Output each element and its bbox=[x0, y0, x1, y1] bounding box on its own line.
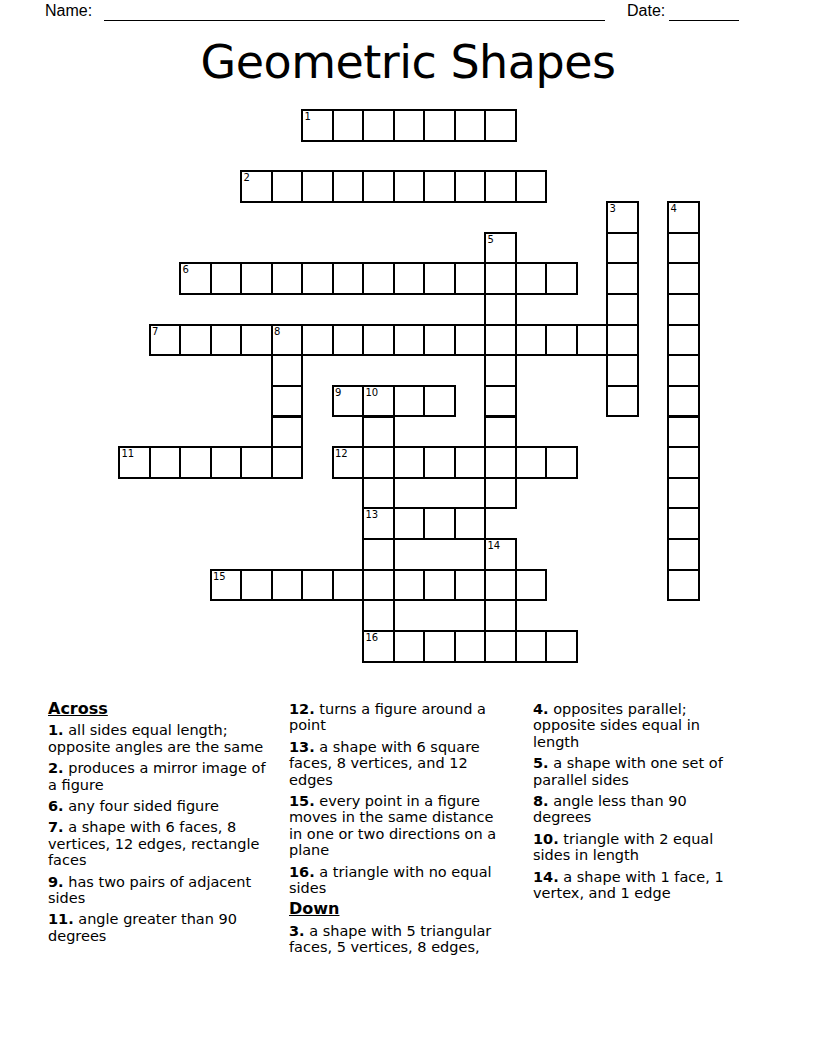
grid-cell[interactable] bbox=[240, 569, 273, 602]
grid-cell[interactable] bbox=[393, 507, 426, 540]
grid-cell[interactable]: 5 bbox=[484, 232, 517, 265]
grid-cell[interactable] bbox=[301, 170, 334, 203]
cell-clue-number: 9 bbox=[335, 387, 341, 398]
grid-cell[interactable] bbox=[484, 109, 517, 142]
grid-cell[interactable] bbox=[423, 170, 456, 203]
grid-cell[interactable] bbox=[271, 446, 304, 479]
grid-cell[interactable]: 15 bbox=[210, 569, 243, 602]
grid-cell[interactable] bbox=[484, 599, 517, 632]
cell-clue-number: 8 bbox=[274, 326, 280, 337]
grid-cell[interactable] bbox=[271, 170, 304, 203]
grid-cell[interactable] bbox=[484, 293, 517, 326]
grid-cell[interactable] bbox=[515, 324, 548, 357]
clue-number: 2. bbox=[48, 760, 64, 776]
grid-cell[interactable] bbox=[332, 109, 365, 142]
grid-cell[interactable] bbox=[271, 569, 304, 602]
grid-cell[interactable] bbox=[393, 630, 426, 663]
cell-clue-number: 16 bbox=[366, 632, 379, 643]
grid-cell[interactable] bbox=[606, 293, 639, 326]
grid-cell[interactable]: 9 bbox=[332, 385, 365, 418]
name-label: Name: bbox=[45, 2, 92, 20]
grid-cell[interactable] bbox=[484, 630, 517, 663]
across-clue-9: 9. has two pairs of adjacent sides bbox=[48, 874, 270, 907]
grid-cell[interactable] bbox=[332, 324, 365, 357]
cell-clue-number: 12 bbox=[335, 448, 348, 459]
grid-cell[interactable] bbox=[362, 324, 395, 357]
cell-clue-number: 14 bbox=[488, 540, 501, 551]
grid-cell[interactable] bbox=[515, 170, 548, 203]
grid-cell[interactable] bbox=[393, 170, 426, 203]
grid-cell[interactable] bbox=[454, 170, 487, 203]
date-blank-line[interactable] bbox=[669, 20, 739, 21]
cell-clue-number: 3 bbox=[610, 203, 616, 214]
clue-number: 12. bbox=[289, 701, 315, 717]
grid-cell[interactable] bbox=[423, 385, 456, 418]
grid-cell[interactable] bbox=[515, 630, 548, 663]
grid-cell[interactable] bbox=[606, 324, 639, 357]
grid-cell[interactable] bbox=[271, 262, 304, 295]
grid-cell[interactable]: 1 bbox=[301, 109, 334, 142]
grid-cell[interactable] bbox=[240, 446, 273, 479]
grid-cell[interactable]: 10 bbox=[362, 385, 395, 418]
grid-cell[interactable] bbox=[606, 262, 639, 295]
down-clue-5: 5. a shape with one set of parallel side… bbox=[533, 755, 745, 788]
name-blank-line[interactable] bbox=[104, 20, 605, 21]
grid-cell[interactable] bbox=[667, 262, 700, 295]
grid-cell[interactable] bbox=[210, 262, 243, 295]
grid-cell[interactable]: 11 bbox=[118, 446, 151, 479]
grid-cell[interactable]: 12 bbox=[332, 446, 365, 479]
grid-cell[interactable] bbox=[484, 354, 517, 387]
grid-cell[interactable] bbox=[667, 416, 700, 449]
grid-cell[interactable] bbox=[362, 416, 395, 449]
page-title: Geometric Shapes bbox=[0, 35, 816, 89]
grid-cell[interactable] bbox=[667, 232, 700, 265]
grid-cell[interactable] bbox=[362, 109, 395, 142]
down-header: Down bbox=[289, 901, 507, 917]
grid-cell[interactable] bbox=[484, 477, 517, 510]
across-clue-7: 7. a shape with 6 faces, 8 vertices, 12 … bbox=[48, 819, 270, 868]
grid-cell[interactable] bbox=[423, 324, 456, 357]
grid-cell[interactable] bbox=[271, 354, 304, 387]
across-clue-2: 2. produces a mirror image of a figure bbox=[48, 760, 270, 793]
clue-number: 11. bbox=[48, 911, 74, 927]
grid-cell[interactable] bbox=[667, 538, 700, 571]
clue-number: 6. bbox=[48, 798, 64, 814]
date-label: Date: bbox=[627, 2, 665, 20]
grid-cell[interactable] bbox=[484, 446, 517, 479]
grid-cell[interactable] bbox=[393, 262, 426, 295]
clue-column-3: 4. opposites parallel; opposite sides eq… bbox=[533, 701, 745, 906]
grid-cell[interactable] bbox=[606, 354, 639, 387]
grid-cell[interactable] bbox=[271, 385, 304, 418]
grid-cell[interactable] bbox=[454, 630, 487, 663]
grid-cell[interactable] bbox=[423, 109, 456, 142]
down-clue-3: 3. a shape with 5 triangular faces, 5 ve… bbox=[289, 923, 507, 956]
grid-cell[interactable] bbox=[545, 262, 578, 295]
grid-cell[interactable] bbox=[454, 507, 487, 540]
grid-cell[interactable] bbox=[149, 446, 182, 479]
cell-clue-number: 6 bbox=[183, 264, 189, 275]
down-clue-8: 8. angle less than 90 degrees bbox=[533, 793, 745, 826]
across-header: Across bbox=[48, 701, 270, 717]
grid-cell[interactable] bbox=[423, 569, 456, 602]
grid-cell[interactable] bbox=[606, 385, 639, 418]
grid-cell[interactable] bbox=[667, 354, 700, 387]
grid-cell[interactable] bbox=[423, 446, 456, 479]
clue-number: 15. bbox=[289, 793, 315, 809]
grid-cell[interactable] bbox=[362, 599, 395, 632]
grid-cell[interactable] bbox=[179, 324, 212, 357]
down-clue-10: 10. triangle with 2 equal sides in lengt… bbox=[533, 831, 745, 864]
grid-cell[interactable] bbox=[454, 109, 487, 142]
grid-cell[interactable] bbox=[362, 262, 395, 295]
grid-cell[interactable] bbox=[545, 630, 578, 663]
across-clue-11: 11. angle greater than 90 degrees bbox=[48, 911, 270, 944]
across-clue-6: 6. any four sided figure bbox=[48, 798, 270, 814]
grid-cell[interactable] bbox=[454, 324, 487, 357]
grid-cell[interactable] bbox=[454, 569, 487, 602]
grid-cell[interactable] bbox=[515, 262, 548, 295]
down-clue-4: 4. opposites parallel; opposite sides eq… bbox=[533, 701, 745, 750]
grid-cell[interactable] bbox=[362, 170, 395, 203]
grid-cell[interactable] bbox=[423, 262, 456, 295]
clue-number: 4. bbox=[533, 701, 549, 717]
cell-clue-number: 10 bbox=[366, 387, 379, 398]
grid-cell[interactable] bbox=[332, 569, 365, 602]
across-clue-12: 12. turns a figure around a point bbox=[289, 701, 507, 734]
grid-cell[interactable] bbox=[454, 262, 487, 295]
cell-clue-number: 15 bbox=[213, 571, 226, 582]
clue-column-2: 12. turns a figure around a point13. a s… bbox=[289, 701, 507, 961]
grid-cell[interactable] bbox=[667, 324, 700, 357]
grid-cell[interactable]: 7 bbox=[149, 324, 182, 357]
clue-number: 16. bbox=[289, 864, 315, 880]
grid-cell[interactable] bbox=[362, 569, 395, 602]
across-clue-13: 13. a shape with 6 square faces, 8 verti… bbox=[289, 739, 507, 788]
grid-cell[interactable] bbox=[667, 293, 700, 326]
across-clue-1: 1. all sides equal length; opposite angl… bbox=[48, 722, 270, 755]
grid-cell[interactable] bbox=[545, 324, 578, 357]
grid-cell[interactable] bbox=[667, 569, 700, 602]
grid-cell[interactable] bbox=[301, 262, 334, 295]
down-clue-14: 14. a shape with 1 face, 1 vertex, and 1… bbox=[533, 869, 745, 902]
grid-cell[interactable]: 14 bbox=[484, 538, 517, 571]
grid-cell[interactable] bbox=[667, 385, 700, 418]
grid-cell[interactable] bbox=[332, 262, 365, 295]
grid-cell[interactable]: 2 bbox=[240, 170, 273, 203]
grid-cell[interactable] bbox=[515, 446, 548, 479]
grid-cell[interactable] bbox=[362, 477, 395, 510]
cell-clue-number: 5 bbox=[488, 234, 494, 245]
grid-cell[interactable] bbox=[515, 569, 548, 602]
grid-cell[interactable] bbox=[393, 324, 426, 357]
grid-cell[interactable] bbox=[484, 385, 517, 418]
clue-number: 9. bbox=[48, 874, 64, 890]
clue-number: 13. bbox=[289, 739, 315, 755]
grid-cell[interactable] bbox=[362, 446, 395, 479]
cell-clue-number: 2 bbox=[244, 172, 250, 183]
clue-column-1: Across1. all sides equal length; opposit… bbox=[48, 701, 270, 949]
grid-cell[interactable] bbox=[393, 569, 426, 602]
clue-number: 8. bbox=[533, 793, 549, 809]
grid-cell[interactable] bbox=[240, 262, 273, 295]
grid-cell[interactable] bbox=[423, 630, 456, 663]
grid-cell[interactable] bbox=[301, 569, 334, 602]
grid-cell[interactable] bbox=[484, 569, 517, 602]
grid-cell[interactable] bbox=[423, 507, 456, 540]
crossword-grid: 12678910111213151634514 bbox=[118, 109, 700, 663]
grid-cell[interactable] bbox=[179, 446, 212, 479]
clue-number: 14. bbox=[533, 869, 559, 885]
grid-cell[interactable] bbox=[393, 109, 426, 142]
cell-clue-number: 13 bbox=[366, 509, 379, 520]
grid-cell[interactable] bbox=[271, 416, 304, 449]
grid-cell[interactable] bbox=[454, 446, 487, 479]
across-clue-15: 15. every point in a figure moves in the… bbox=[289, 793, 507, 859]
grid-cell[interactable] bbox=[332, 170, 365, 203]
cell-clue-number: 4 bbox=[671, 203, 677, 214]
grid-cell[interactable] bbox=[667, 446, 700, 479]
grid-cell[interactable] bbox=[484, 262, 517, 295]
grid-cell[interactable]: 3 bbox=[606, 201, 639, 234]
across-clue-16: 16. a triangle with no equal sides bbox=[289, 864, 507, 897]
cell-clue-number: 1 bbox=[305, 111, 311, 122]
cell-clue-number: 7 bbox=[152, 326, 158, 337]
grid-cell[interactable]: 16 bbox=[362, 630, 395, 663]
clue-number: 5. bbox=[533, 755, 549, 771]
grid-cell[interactable] bbox=[210, 446, 243, 479]
grid-cell[interactable]: 8 bbox=[271, 324, 304, 357]
grid-cell[interactable] bbox=[484, 170, 517, 203]
grid-cell[interactable] bbox=[606, 232, 639, 265]
grid-cell[interactable]: 13 bbox=[362, 507, 395, 540]
clue-number: 7. bbox=[48, 819, 64, 835]
grid-cell[interactable] bbox=[210, 324, 243, 357]
grid-cell[interactable] bbox=[667, 507, 700, 540]
grid-cell[interactable] bbox=[240, 324, 273, 357]
grid-cell[interactable] bbox=[393, 446, 426, 479]
clue-number: 10. bbox=[533, 831, 559, 847]
cell-clue-number: 11 bbox=[122, 448, 135, 459]
grid-cell[interactable] bbox=[545, 446, 578, 479]
grid-cell[interactable] bbox=[576, 324, 609, 357]
clue-number: 3. bbox=[289, 923, 305, 939]
grid-cell[interactable] bbox=[484, 324, 517, 357]
grid-cell[interactable] bbox=[393, 385, 426, 418]
grid-cell[interactable] bbox=[667, 477, 700, 510]
grid-cell[interactable] bbox=[301, 324, 334, 357]
grid-cell[interactable] bbox=[484, 416, 517, 449]
clue-number: 1. bbox=[48, 722, 64, 738]
grid-cell[interactable] bbox=[362, 538, 395, 571]
grid-cell[interactable]: 4 bbox=[667, 201, 700, 234]
grid-cell[interactable]: 6 bbox=[179, 262, 212, 295]
